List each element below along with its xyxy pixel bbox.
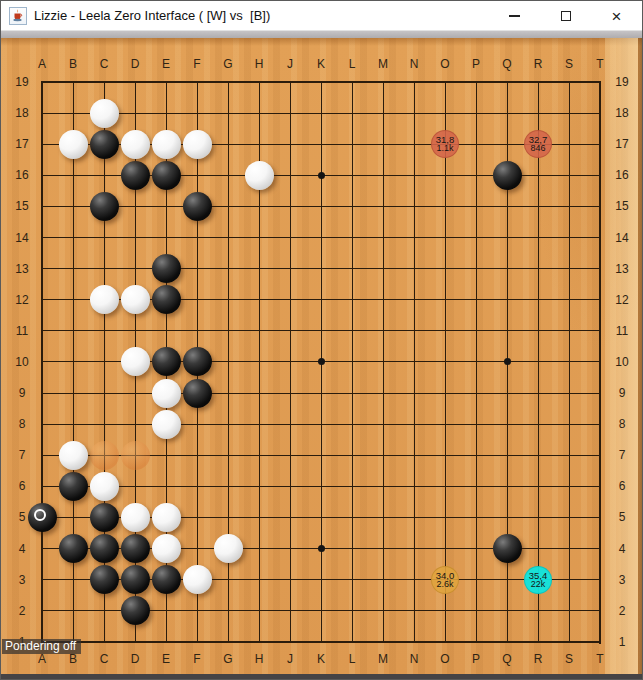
row-label-left: 19: [8, 75, 36, 89]
row-label-left: 17: [8, 137, 36, 151]
row-label-right: 14: [608, 231, 636, 245]
black-stone: [90, 565, 119, 594]
grid-line-h: [41, 641, 601, 643]
row-label-right: 16: [608, 168, 636, 182]
col-label-bottom: E: [152, 652, 180, 666]
black-stone: [493, 161, 522, 190]
white-stone: [121, 347, 150, 376]
white-stone: [152, 534, 181, 563]
white-stone: [245, 161, 274, 190]
row-label-right: 11: [608, 324, 636, 338]
col-label-bottom: K: [307, 652, 335, 666]
white-stone: [152, 410, 181, 439]
white-stone: [121, 285, 150, 314]
col-label-bottom: N: [400, 652, 428, 666]
star-point: [504, 358, 511, 365]
black-stone: [152, 285, 181, 314]
row-label-left: 7: [8, 448, 36, 462]
candidate-move[interactable]: 34,02.6k: [431, 566, 459, 594]
black-stone: [121, 161, 150, 190]
col-label-bottom: C: [90, 652, 118, 666]
candidate-visits: 2.6k: [436, 580, 453, 589]
col-label-bottom: T: [586, 652, 614, 666]
row-label-right: 12: [608, 293, 636, 307]
pondering-status: Pondering off: [2, 639, 81, 654]
grid-line-v: [41, 82, 43, 644]
col-label-bottom: B: [59, 652, 87, 666]
white-stone: [121, 503, 150, 532]
white-stone: [90, 99, 119, 128]
black-stone: [183, 192, 212, 221]
row-label-right: 4: [608, 542, 636, 556]
white-stone: [152, 379, 181, 408]
white-stone: [90, 472, 119, 501]
col-label-bottom: L: [338, 652, 366, 666]
col-label-top: T: [586, 57, 614, 71]
row-label-left: 2: [8, 604, 36, 618]
white-stone: [90, 285, 119, 314]
row-label-left: 13: [8, 262, 36, 276]
black-stone: [152, 161, 181, 190]
row-label-right: 2: [608, 604, 636, 618]
candidate-move[interactable]: 35,422k: [524, 566, 552, 594]
row-label-right: 1: [608, 635, 636, 649]
col-label-bottom: O: [431, 652, 459, 666]
white-stone: [121, 130, 150, 159]
black-stone: [59, 534, 88, 563]
col-label-bottom: S: [555, 652, 583, 666]
row-label-right: 7: [608, 448, 636, 462]
grid-line-v: [445, 82, 446, 643]
grid-line-v: [538, 82, 539, 643]
black-stone: [152, 254, 181, 283]
row-label-right: 17: [608, 137, 636, 151]
col-label-top: F: [183, 57, 211, 71]
black-stone: [183, 347, 212, 376]
col-label-bottom: J: [276, 652, 304, 666]
col-label-bottom: M: [369, 652, 397, 666]
col-label-bottom: G: [214, 652, 242, 666]
black-stone: [121, 596, 150, 625]
white-stone: [59, 130, 88, 159]
black-stone: [90, 130, 119, 159]
white-stone: [152, 503, 181, 532]
black-stone: [121, 534, 150, 563]
candidate-visits: 1.1k: [436, 144, 453, 153]
grid-line-v: [476, 82, 477, 643]
col-label-top: A: [28, 57, 56, 71]
star-point: [318, 358, 325, 365]
white-stone: [183, 130, 212, 159]
black-stone: [90, 503, 119, 532]
black-stone: [183, 379, 212, 408]
col-label-bottom: F: [183, 652, 211, 666]
candidate-visits: 846: [530, 144, 545, 153]
col-label-top: J: [276, 57, 304, 71]
black-stone: [152, 565, 181, 594]
col-label-top: L: [338, 57, 366, 71]
row-label-left: 3: [8, 573, 36, 587]
col-label-top: B: [59, 57, 87, 71]
row-label-left: 16: [8, 168, 36, 182]
star-point: [318, 545, 325, 552]
row-label-right: 15: [608, 199, 636, 213]
row-label-left: 11: [8, 324, 36, 338]
grid-line-v: [352, 82, 353, 643]
col-label-top: M: [369, 57, 397, 71]
candidate-visits: 22k: [531, 580, 546, 589]
col-label-top: Q: [493, 57, 521, 71]
row-label-left: 18: [8, 106, 36, 120]
col-label-bottom: D: [121, 652, 149, 666]
col-label-top: E: [152, 57, 180, 71]
col-label-top: K: [307, 57, 335, 71]
candidate-move[interactable]: 32,7846: [524, 130, 552, 158]
row-label-right: 19: [608, 75, 636, 89]
candidate-move[interactable]: 31,81.1k: [431, 130, 459, 158]
col-label-top: R: [524, 57, 552, 71]
row-label-left: 14: [8, 231, 36, 245]
black-stone: [152, 347, 181, 376]
row-label-right: 6: [608, 479, 636, 493]
grid-line-v: [290, 82, 291, 643]
col-label-bottom: R: [524, 652, 552, 666]
row-label-right: 5: [608, 510, 636, 524]
grid-line-v: [383, 82, 384, 643]
star-point: [318, 172, 325, 179]
ghost-move[interactable]: [90, 441, 119, 470]
grid-line-v: [414, 82, 415, 643]
col-label-top: G: [214, 57, 242, 71]
grid-line-h: [41, 393, 601, 394]
row-label-left: 15: [8, 199, 36, 213]
col-label-top: S: [555, 57, 583, 71]
white-stone: [59, 441, 88, 470]
row-label-right: 8: [608, 417, 636, 431]
col-label-top: P: [462, 57, 490, 71]
row-label-right: 10: [608, 355, 636, 369]
row-label-left: 6: [8, 479, 36, 493]
col-label-bottom: H: [245, 652, 273, 666]
col-label-top: O: [431, 57, 459, 71]
white-stone: [214, 534, 243, 563]
row-label-left: 10: [8, 355, 36, 369]
grid-line-h: [41, 424, 601, 425]
grid-line-h: [41, 486, 601, 487]
col-label-top: N: [400, 57, 428, 71]
goban[interactable]: AABBCCDDEEFFGGHHJJKKLLMMNNOOPPQQRRSSTT19…: [1, 1, 643, 680]
white-stone: [183, 565, 212, 594]
black-stone: [90, 192, 119, 221]
row-label-left: 4: [8, 542, 36, 556]
row-label-left: 8: [8, 417, 36, 431]
col-label-bottom: A: [28, 652, 56, 666]
window-bottom-border: [1, 674, 642, 679]
black-stone: [90, 534, 119, 563]
black-stone: [493, 534, 522, 563]
app-window: Lizzie - Leela Zero Interface ( [W] vs […: [0, 0, 643, 680]
row-label-left: 12: [8, 293, 36, 307]
black-stone: [121, 565, 150, 594]
black-stone: [59, 472, 88, 501]
col-label-top: D: [121, 57, 149, 71]
col-label-bottom: Q: [493, 652, 521, 666]
grid-line-v: [599, 82, 601, 644]
white-stone: [152, 130, 181, 159]
grid-line-v: [569, 82, 570, 643]
row-label-right: 18: [608, 106, 636, 120]
row-label-right: 13: [608, 262, 636, 276]
row-label-right: 9: [608, 386, 636, 400]
col-label-top: H: [245, 57, 273, 71]
row-label-left: 9: [8, 386, 36, 400]
col-label-bottom: P: [462, 652, 490, 666]
ghost-move[interactable]: [121, 441, 150, 470]
col-label-top: C: [90, 57, 118, 71]
row-label-right: 3: [608, 573, 636, 587]
